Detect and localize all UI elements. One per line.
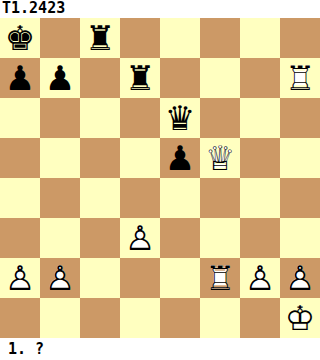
- square-c4[interactable]: [80, 178, 120, 218]
- piece-outline-layer: ♙: [240, 258, 280, 298]
- square-f5[interactable]: ♛♕: [200, 138, 240, 178]
- square-b5[interactable]: [40, 138, 80, 178]
- white-pawn[interactable]: ♟♙: [120, 218, 160, 258]
- square-b2[interactable]: ♟♙: [40, 258, 80, 298]
- square-e7[interactable]: [160, 58, 200, 98]
- square-d8[interactable]: [120, 18, 160, 58]
- piece-outline-layer: ♕: [200, 138, 240, 178]
- move-prompt: 1. ?: [0, 338, 320, 360]
- square-c5[interactable]: [80, 138, 120, 178]
- piece-outline-layer: ♙: [280, 258, 320, 298]
- piece-outline-layer: ♖: [200, 258, 240, 298]
- square-c6[interactable]: [80, 98, 120, 138]
- square-f4[interactable]: [200, 178, 240, 218]
- square-e3[interactable]: [160, 218, 200, 258]
- square-a3[interactable]: [0, 218, 40, 258]
- square-g7[interactable]: [240, 58, 280, 98]
- square-d1[interactable]: [120, 298, 160, 338]
- black-rook[interactable]: ♜: [120, 58, 160, 98]
- square-g1[interactable]: [240, 298, 280, 338]
- square-g5[interactable]: [240, 138, 280, 178]
- square-h4[interactable]: [280, 178, 320, 218]
- white-pawn[interactable]: ♟♙: [280, 258, 320, 298]
- square-a4[interactable]: [0, 178, 40, 218]
- square-a8[interactable]: ♚: [0, 18, 40, 58]
- square-a5[interactable]: [0, 138, 40, 178]
- square-f8[interactable]: [200, 18, 240, 58]
- piece-outline-layer: ♙: [40, 258, 80, 298]
- square-g2[interactable]: ♟♙: [240, 258, 280, 298]
- piece-outline-layer: ♙: [120, 218, 160, 258]
- square-e1[interactable]: [160, 298, 200, 338]
- square-a2[interactable]: ♟♙: [0, 258, 40, 298]
- square-e5[interactable]: ♟: [160, 138, 200, 178]
- square-c2[interactable]: [80, 258, 120, 298]
- square-c8[interactable]: ♜: [80, 18, 120, 58]
- chess-app-window: T1.2423 ♚♜♟♟♜♜♖♛♟♛♕♟♙♟♙♟♙♜♖♟♙♟♙♚♔ 1. ?: [0, 0, 320, 360]
- square-g8[interactable]: [240, 18, 280, 58]
- square-h7[interactable]: ♜♖: [280, 58, 320, 98]
- square-a1[interactable]: [0, 298, 40, 338]
- square-d6[interactable]: [120, 98, 160, 138]
- square-h8[interactable]: [280, 18, 320, 58]
- black-queen[interactable]: ♛: [160, 98, 200, 138]
- black-king[interactable]: ♚: [0, 18, 40, 58]
- square-h2[interactable]: ♟♙: [280, 258, 320, 298]
- piece-outline-layer: ♙: [0, 258, 40, 298]
- square-d4[interactable]: [120, 178, 160, 218]
- square-f2[interactable]: ♜♖: [200, 258, 240, 298]
- square-h5[interactable]: [280, 138, 320, 178]
- square-g6[interactable]: [240, 98, 280, 138]
- square-f3[interactable]: [200, 218, 240, 258]
- square-h6[interactable]: [280, 98, 320, 138]
- square-h1[interactable]: ♚♔: [280, 298, 320, 338]
- black-rook[interactable]: ♜: [80, 18, 120, 58]
- square-d7[interactable]: ♜: [120, 58, 160, 98]
- square-b4[interactable]: [40, 178, 80, 218]
- white-pawn[interactable]: ♟♙: [240, 258, 280, 298]
- square-f7[interactable]: [200, 58, 240, 98]
- square-h3[interactable]: [280, 218, 320, 258]
- white-queen[interactable]: ♛♕: [200, 138, 240, 178]
- square-g4[interactable]: [240, 178, 280, 218]
- white-rook[interactable]: ♜♖: [280, 58, 320, 98]
- square-e6[interactable]: ♛: [160, 98, 200, 138]
- white-pawn[interactable]: ♟♙: [40, 258, 80, 298]
- square-c3[interactable]: [80, 218, 120, 258]
- white-pawn[interactable]: ♟♙: [0, 258, 40, 298]
- square-a6[interactable]: [0, 98, 40, 138]
- black-pawn[interactable]: ♟: [0, 58, 40, 98]
- square-b1[interactable]: [40, 298, 80, 338]
- piece-outline-layer: ♖: [280, 58, 320, 98]
- chess-board: ♚♜♟♟♜♜♖♛♟♛♕♟♙♟♙♟♙♜♖♟♙♟♙♚♔: [0, 18, 320, 338]
- black-pawn[interactable]: ♟: [40, 58, 80, 98]
- square-e2[interactable]: [160, 258, 200, 298]
- square-e8[interactable]: [160, 18, 200, 58]
- square-e4[interactable]: [160, 178, 200, 218]
- piece-outline-layer: ♔: [280, 298, 320, 338]
- square-f6[interactable]: [200, 98, 240, 138]
- square-b6[interactable]: [40, 98, 80, 138]
- white-king[interactable]: ♚♔: [280, 298, 320, 338]
- square-d3[interactable]: ♟♙: [120, 218, 160, 258]
- square-d5[interactable]: [120, 138, 160, 178]
- square-b7[interactable]: ♟: [40, 58, 80, 98]
- square-c1[interactable]: [80, 298, 120, 338]
- white-rook[interactable]: ♜♖: [200, 258, 240, 298]
- square-a7[interactable]: ♟: [0, 58, 40, 98]
- puzzle-title: T1.2423: [0, 0, 320, 18]
- square-g3[interactable]: [240, 218, 280, 258]
- square-b8[interactable]: [40, 18, 80, 58]
- black-pawn[interactable]: ♟: [160, 138, 200, 178]
- square-f1[interactable]: [200, 298, 240, 338]
- square-d2[interactable]: [120, 258, 160, 298]
- square-c7[interactable]: [80, 58, 120, 98]
- square-b3[interactable]: [40, 218, 80, 258]
